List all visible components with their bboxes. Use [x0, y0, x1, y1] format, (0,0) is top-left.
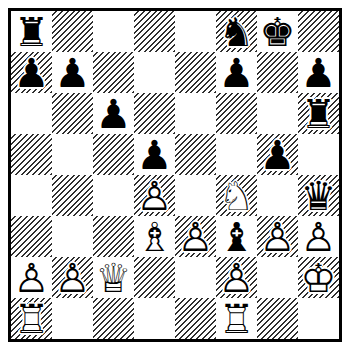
- square-e1[interactable]: [175, 298, 216, 339]
- piece-black-bishop: ♝: [216, 216, 257, 257]
- square-e8[interactable]: [175, 11, 216, 52]
- piece-black-pawn: ♟: [93, 93, 134, 134]
- black-queen-backdrop: ♛: [298, 175, 339, 216]
- piece-white-pawn: ♙: [52, 257, 93, 298]
- square-f7[interactable]: ♟♟: [216, 52, 257, 93]
- piece-black-pawn: ♟: [298, 52, 339, 93]
- piece-black-king: ♚: [257, 11, 298, 52]
- chess-board: ♜♜♞♞♚♚♟♟♟♟♟♟♟♟♟♟♜♜♟♟♟♟♟♙♞♘♛♛♝♗♟♙♝♝♟♙♟♙♟♙…: [8, 8, 342, 342]
- white-pawn-backdrop: ♟: [216, 257, 257, 298]
- piece-white-king: ♔: [298, 257, 339, 298]
- square-c7[interactable]: [93, 52, 134, 93]
- square-a7[interactable]: ♟♟: [11, 52, 52, 93]
- square-a4[interactable]: [11, 175, 52, 216]
- square-g4[interactable]: [257, 175, 298, 216]
- square-e3[interactable]: ♟♙: [175, 216, 216, 257]
- square-d2[interactable]: [134, 257, 175, 298]
- square-c1[interactable]: [93, 298, 134, 339]
- square-d3[interactable]: ♝♗: [134, 216, 175, 257]
- square-b3[interactable]: [52, 216, 93, 257]
- square-h7[interactable]: ♟♟: [298, 52, 339, 93]
- white-rook-backdrop: ♜: [216, 298, 257, 339]
- square-b1[interactable]: [52, 298, 93, 339]
- black-pawn-backdrop: ♟: [93, 93, 134, 134]
- square-e4[interactable]: [175, 175, 216, 216]
- white-pawn-backdrop: ♟: [257, 216, 298, 257]
- square-c4[interactable]: [93, 175, 134, 216]
- square-h5[interactable]: [298, 134, 339, 175]
- piece-white-pawn: ♙: [257, 216, 298, 257]
- square-g5[interactable]: ♟♟: [257, 134, 298, 175]
- square-c6[interactable]: ♟♟: [93, 93, 134, 134]
- black-pawn-backdrop: ♟: [216, 52, 257, 93]
- piece-black-pawn: ♟: [216, 52, 257, 93]
- square-b7[interactable]: ♟♟: [52, 52, 93, 93]
- square-g1[interactable]: [257, 298, 298, 339]
- square-b6[interactable]: [52, 93, 93, 134]
- square-e7[interactable]: [175, 52, 216, 93]
- square-c5[interactable]: [93, 134, 134, 175]
- square-h3[interactable]: ♟♙: [298, 216, 339, 257]
- black-rook-backdrop: ♜: [298, 93, 339, 134]
- white-queen-backdrop: ♛: [93, 257, 134, 298]
- black-pawn-backdrop: ♟: [134, 134, 175, 175]
- square-g3[interactable]: ♟♙: [257, 216, 298, 257]
- piece-white-pawn: ♙: [216, 257, 257, 298]
- white-pawn-backdrop: ♟: [134, 175, 175, 216]
- square-d1[interactable]: [134, 298, 175, 339]
- square-b5[interactable]: [52, 134, 93, 175]
- square-g2[interactable]: [257, 257, 298, 298]
- white-bishop-backdrop: ♝: [134, 216, 175, 257]
- square-d4[interactable]: ♟♙: [134, 175, 175, 216]
- piece-white-pawn: ♙: [175, 216, 216, 257]
- black-pawn-backdrop: ♟: [298, 52, 339, 93]
- square-h8[interactable]: [298, 11, 339, 52]
- white-pawn-backdrop: ♟: [298, 216, 339, 257]
- square-c3[interactable]: [93, 216, 134, 257]
- square-h2[interactable]: ♚♔: [298, 257, 339, 298]
- square-g6[interactable]: [257, 93, 298, 134]
- black-pawn-backdrop: ♟: [52, 52, 93, 93]
- square-f1[interactable]: ♜♖: [216, 298, 257, 339]
- square-c8[interactable]: [93, 11, 134, 52]
- piece-black-rook: ♜: [11, 11, 52, 52]
- square-a8[interactable]: ♜♜: [11, 11, 52, 52]
- piece-white-pawn: ♙: [11, 257, 52, 298]
- square-d5[interactable]: ♟♟: [134, 134, 175, 175]
- square-g7[interactable]: [257, 52, 298, 93]
- piece-white-rook: ♖: [11, 298, 52, 339]
- piece-black-pawn: ♟: [134, 134, 175, 175]
- white-king-backdrop: ♚: [298, 257, 339, 298]
- black-bishop-backdrop: ♝: [216, 216, 257, 257]
- black-king-backdrop: ♚: [257, 11, 298, 52]
- piece-white-knight: ♘: [216, 175, 257, 216]
- piece-black-pawn: ♟: [257, 134, 298, 175]
- square-h6[interactable]: ♜♜: [298, 93, 339, 134]
- square-a5[interactable]: [11, 134, 52, 175]
- square-h4[interactable]: ♛♛: [298, 175, 339, 216]
- square-d6[interactable]: [134, 93, 175, 134]
- square-f3[interactable]: ♝♝: [216, 216, 257, 257]
- square-b2[interactable]: ♟♙: [52, 257, 93, 298]
- square-d8[interactable]: [134, 11, 175, 52]
- white-pawn-backdrop: ♟: [52, 257, 93, 298]
- piece-white-rook: ♖: [216, 298, 257, 339]
- black-knight-backdrop: ♞: [216, 11, 257, 52]
- square-h1[interactable]: [298, 298, 339, 339]
- square-f5[interactable]: [216, 134, 257, 175]
- white-knight-backdrop: ♞: [216, 175, 257, 216]
- piece-white-bishop: ♗: [134, 216, 175, 257]
- square-f4[interactable]: ♞♘: [216, 175, 257, 216]
- piece-white-pawn: ♙: [134, 175, 175, 216]
- square-a3[interactable]: [11, 216, 52, 257]
- square-c2[interactable]: ♛♕: [93, 257, 134, 298]
- chess-diagram: ♜♜♞♞♚♚♟♟♟♟♟♟♟♟♟♟♜♜♟♟♟♟♟♙♞♘♛♛♝♗♟♙♝♝♟♙♟♙♟♙…: [0, 0, 350, 350]
- piece-black-pawn: ♟: [11, 52, 52, 93]
- square-b4[interactable]: [52, 175, 93, 216]
- square-b8[interactable]: [52, 11, 93, 52]
- piece-black-knight: ♞: [216, 11, 257, 52]
- square-a2[interactable]: ♟♙: [11, 257, 52, 298]
- square-g8[interactable]: ♚♚: [257, 11, 298, 52]
- piece-black-rook: ♜: [298, 93, 339, 134]
- piece-black-queen: ♛: [298, 175, 339, 216]
- square-a6[interactable]: [11, 93, 52, 134]
- black-pawn-backdrop: ♟: [11, 52, 52, 93]
- square-e5[interactable]: [175, 134, 216, 175]
- black-rook-backdrop: ♜: [11, 11, 52, 52]
- white-rook-backdrop: ♜: [11, 298, 52, 339]
- square-e2[interactable]: [175, 257, 216, 298]
- piece-black-pawn: ♟: [52, 52, 93, 93]
- square-f8[interactable]: ♞♞: [216, 11, 257, 52]
- black-pawn-backdrop: ♟: [257, 134, 298, 175]
- square-a1[interactable]: ♜♖: [11, 298, 52, 339]
- square-d7[interactable]: [134, 52, 175, 93]
- piece-white-pawn: ♙: [298, 216, 339, 257]
- square-f6[interactable]: [216, 93, 257, 134]
- white-pawn-backdrop: ♟: [175, 216, 216, 257]
- piece-white-queen: ♕: [93, 257, 134, 298]
- white-pawn-backdrop: ♟: [11, 257, 52, 298]
- square-f2[interactable]: ♟♙: [216, 257, 257, 298]
- square-e6[interactable]: [175, 93, 216, 134]
